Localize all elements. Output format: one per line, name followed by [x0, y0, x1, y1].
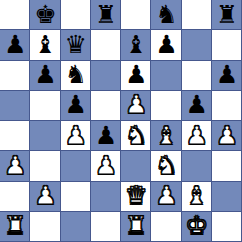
- square-a7[interactable]: ♟: [0, 30, 30, 60]
- square-f3[interactable]: ♞: [151, 151, 181, 181]
- square-g2[interactable]: ♝: [182, 182, 212, 212]
- piece-white-pawn[interactable]: ♟: [155, 183, 177, 208]
- square-e3[interactable]: [121, 151, 151, 181]
- piece-white-pawn[interactable]: ♟: [216, 123, 238, 148]
- square-e7[interactable]: ♝: [121, 30, 151, 60]
- piece-black-pawn[interactable]: ♟: [155, 32, 177, 57]
- piece-white-bishop[interactable]: ♝: [185, 183, 207, 208]
- square-c5[interactable]: ♟: [61, 91, 91, 121]
- square-f6[interactable]: [151, 61, 181, 91]
- square-g3[interactable]: [182, 151, 212, 181]
- square-f2[interactable]: ♟: [151, 182, 181, 212]
- piece-black-pawn[interactable]: ♟: [125, 62, 147, 87]
- square-f8[interactable]: ♞: [151, 0, 181, 30]
- square-h4[interactable]: ♟: [212, 121, 242, 151]
- piece-black-pawn[interactable]: ♟: [4, 32, 26, 57]
- piece-white-pawn[interactable]: ♟: [4, 153, 26, 178]
- square-a4[interactable]: [0, 121, 30, 151]
- piece-black-king[interactable]: ♚: [34, 2, 56, 27]
- square-d5[interactable]: [91, 91, 121, 121]
- piece-black-rook[interactable]: ♜: [216, 2, 238, 27]
- piece-white-pawn[interactable]: ♟: [185, 123, 207, 148]
- chess-board: ♚♜♞♜♟♝♛♝♟♟♞♟♟♟♟♟♟♟♞♝♟♟♟♟♞♟♛♟♝♜♜♚: [0, 0, 242, 242]
- square-g4[interactable]: ♟: [182, 121, 212, 151]
- square-d8[interactable]: ♜: [91, 0, 121, 30]
- square-e6[interactable]: ♟: [121, 61, 151, 91]
- piece-black-pawn[interactable]: ♟: [95, 123, 117, 148]
- square-b8[interactable]: ♚: [30, 0, 60, 30]
- square-c8[interactable]: [61, 0, 91, 30]
- piece-white-rook[interactable]: ♜: [4, 213, 26, 238]
- square-b4[interactable]: [30, 121, 60, 151]
- piece-white-rook[interactable]: ♜: [125, 213, 147, 238]
- square-d7[interactable]: [91, 30, 121, 60]
- square-c7[interactable]: ♛: [61, 30, 91, 60]
- square-e1[interactable]: ♜: [121, 212, 151, 242]
- square-e4[interactable]: ♞: [121, 121, 151, 151]
- piece-black-queen[interactable]: ♛: [64, 32, 86, 57]
- square-g7[interactable]: [182, 30, 212, 60]
- square-c4[interactable]: ♟: [61, 121, 91, 151]
- square-b6[interactable]: ♟: [30, 61, 60, 91]
- square-d6[interactable]: [91, 61, 121, 91]
- square-g5[interactable]: ♟: [182, 91, 212, 121]
- piece-black-pawn[interactable]: ♟: [34, 62, 56, 87]
- square-e8[interactable]: [121, 0, 151, 30]
- square-e2[interactable]: ♛: [121, 182, 151, 212]
- square-f5[interactable]: [151, 91, 181, 121]
- square-b1[interactable]: [30, 212, 60, 242]
- square-e5[interactable]: ♟: [121, 91, 151, 121]
- square-h7[interactable]: [212, 30, 242, 60]
- square-a5[interactable]: [0, 91, 30, 121]
- piece-black-bishop[interactable]: ♝: [125, 32, 147, 57]
- square-b5[interactable]: [30, 91, 60, 121]
- piece-white-king[interactable]: ♚: [185, 213, 207, 238]
- piece-black-pawn[interactable]: ♟: [64, 92, 86, 117]
- piece-white-queen[interactable]: ♛: [125, 183, 147, 208]
- piece-black-pawn[interactable]: ♟: [216, 62, 238, 87]
- square-c3[interactable]: [61, 151, 91, 181]
- square-h1[interactable]: [212, 212, 242, 242]
- square-h6[interactable]: ♟: [212, 61, 242, 91]
- piece-white-knight[interactable]: ♞: [155, 153, 177, 178]
- square-c1[interactable]: [61, 212, 91, 242]
- square-f4[interactable]: ♝: [151, 121, 181, 151]
- piece-black-bishop[interactable]: ♝: [34, 32, 56, 57]
- square-f7[interactable]: ♟: [151, 30, 181, 60]
- square-g1[interactable]: ♚: [182, 212, 212, 242]
- square-h3[interactable]: [212, 151, 242, 181]
- square-b7[interactable]: ♝: [30, 30, 60, 60]
- square-g8[interactable]: [182, 0, 212, 30]
- piece-black-pawn[interactable]: ♟: [185, 92, 207, 117]
- square-d2[interactable]: [91, 182, 121, 212]
- square-a6[interactable]: [0, 61, 30, 91]
- square-b2[interactable]: ♟: [30, 182, 60, 212]
- square-h2[interactable]: [212, 182, 242, 212]
- square-h5[interactable]: [212, 91, 242, 121]
- piece-white-knight[interactable]: ♞: [125, 123, 147, 148]
- piece-white-pawn[interactable]: ♟: [34, 183, 56, 208]
- square-b3[interactable]: [30, 151, 60, 181]
- square-d3[interactable]: ♟: [91, 151, 121, 181]
- piece-white-pawn[interactable]: ♟: [125, 92, 147, 117]
- square-d4[interactable]: ♟: [91, 121, 121, 151]
- square-a1[interactable]: ♜: [0, 212, 30, 242]
- square-a3[interactable]: ♟: [0, 151, 30, 181]
- square-c2[interactable]: [61, 182, 91, 212]
- square-g6[interactable]: [182, 61, 212, 91]
- square-a2[interactable]: [0, 182, 30, 212]
- piece-black-rook[interactable]: ♜: [95, 2, 117, 27]
- piece-black-knight[interactable]: ♞: [155, 2, 177, 27]
- square-h8[interactable]: ♜: [212, 0, 242, 30]
- square-f1[interactable]: [151, 212, 181, 242]
- square-a8[interactable]: [0, 0, 30, 30]
- square-d1[interactable]: [91, 212, 121, 242]
- piece-black-knight[interactable]: ♞: [64, 62, 86, 87]
- square-c6[interactable]: ♞: [61, 61, 91, 91]
- piece-white-pawn[interactable]: ♟: [64, 123, 86, 148]
- piece-white-bishop[interactable]: ♝: [155, 123, 177, 148]
- piece-white-pawn[interactable]: ♟: [95, 153, 117, 178]
